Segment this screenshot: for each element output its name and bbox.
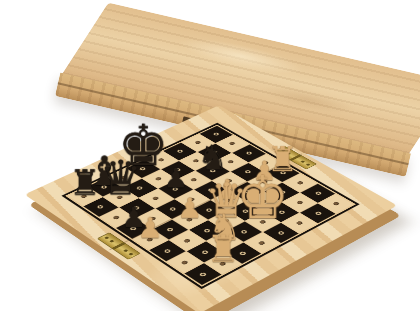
piece-white-rook-b1: ♜ xyxy=(206,230,239,267)
product-photo: ♜♝♚♛♟♞♟♟♟♟♟♜♛♞♚♜ xyxy=(0,0,420,311)
square-a8: ♜ xyxy=(68,187,102,206)
square-a7 xyxy=(83,197,118,216)
piece-black-queen-b7: ♛ xyxy=(99,155,142,202)
piece-white-pawn-c4: ♟ xyxy=(177,195,202,223)
piece-black-rook-a8: ♜ xyxy=(69,165,100,200)
piece-white-king-e2: ♚ xyxy=(236,169,289,228)
piece-white-pawn-a4: ♟ xyxy=(138,214,163,242)
piece-black-pawn-d6: ♟ xyxy=(163,165,187,192)
piece-black-knight-f6: ♞ xyxy=(197,140,228,174)
